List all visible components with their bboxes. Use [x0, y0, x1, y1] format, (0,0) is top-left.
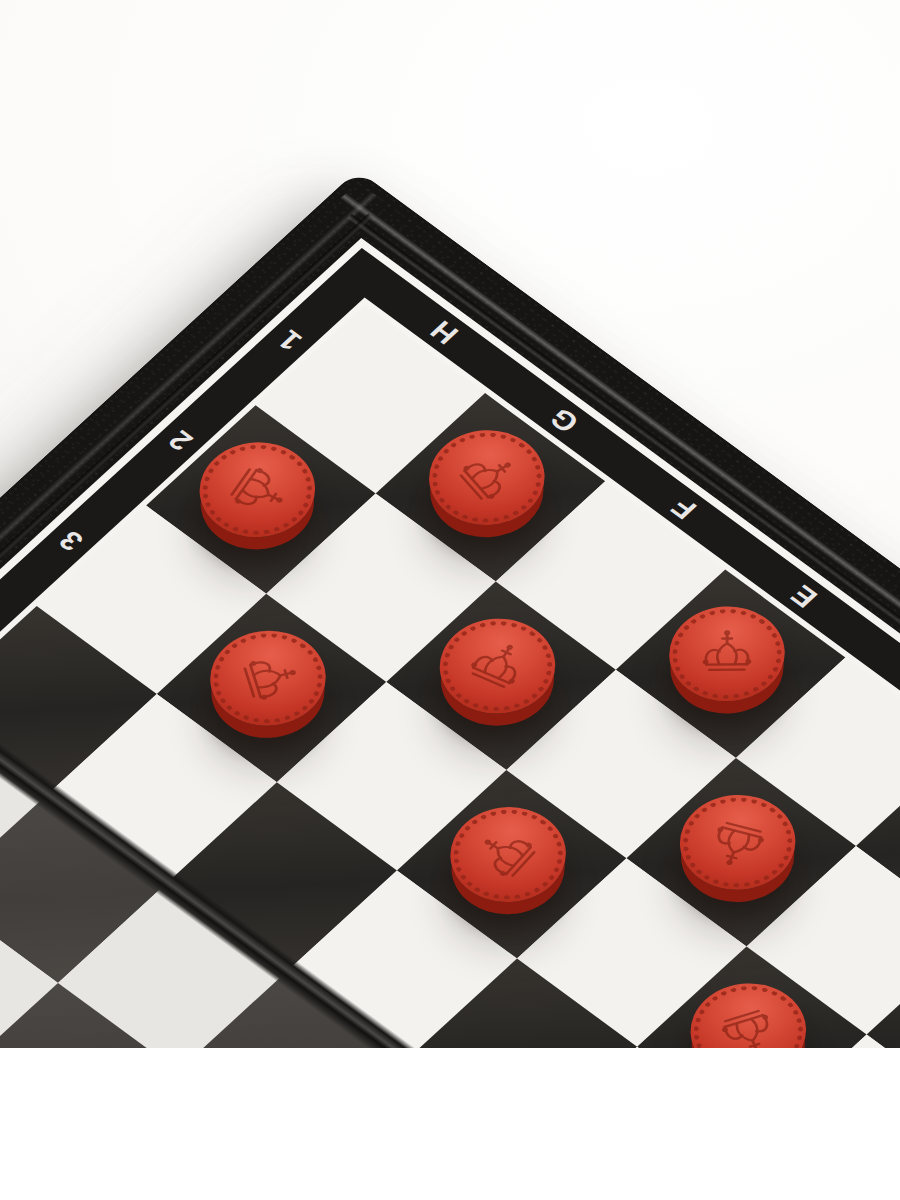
piece-red-e1[interactable]	[645, 587, 808, 721]
photo-backdrop: HGFE123	[0, 0, 900, 1048]
board-sheet: HGFE123	[0, 238, 900, 1048]
bottom-white-band	[0, 1048, 900, 1200]
checkers-board: HGFE123	[0, 170, 900, 1048]
product-photo: HGFE123	[0, 0, 900, 1200]
crown-emboss-icon	[669, 606, 785, 702]
